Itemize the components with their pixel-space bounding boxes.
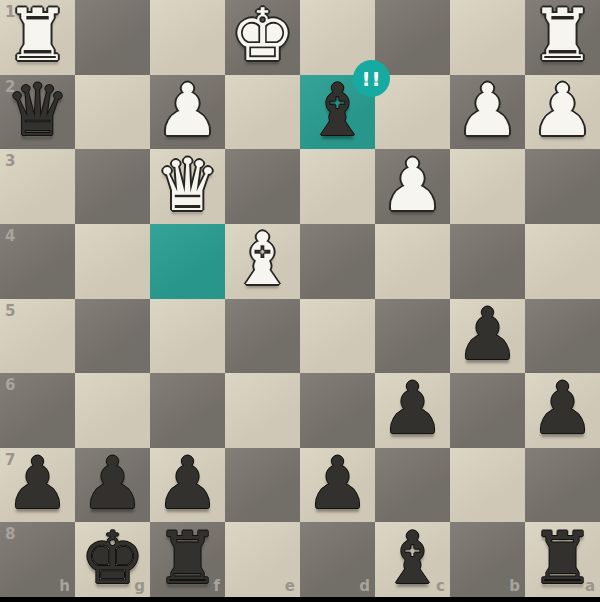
black-queen[interactable]: ♛ [5, 74, 70, 146]
square-g2[interactable] [75, 75, 150, 150]
square-f7[interactable]: ♟ [150, 448, 225, 523]
white-king[interactable]: ♚ [230, 0, 295, 71]
file-label-h: h [59, 577, 70, 595]
square-g7[interactable]: ♟ [75, 448, 150, 523]
square-g3[interactable] [75, 149, 150, 224]
black-king[interactable]: ♚ [80, 522, 145, 594]
rank-label-6: 6 [5, 376, 15, 394]
square-d8[interactable]: d [300, 522, 375, 597]
file-label-d: d [359, 577, 370, 595]
brilliant-move-badge: !! [353, 60, 390, 97]
square-f2[interactable]: ♟ [150, 75, 225, 150]
square-a1[interactable]: ♜ [525, 0, 600, 75]
square-h1[interactable]: 1♜ [0, 0, 75, 75]
rank-label-5: 5 [5, 302, 15, 320]
black-rook[interactable]: ♜ [530, 522, 595, 594]
rank-label-3: 3 [5, 152, 15, 170]
black-pawn[interactable]: ♟ [455, 298, 520, 370]
black-rook[interactable]: ♜ [155, 522, 220, 594]
square-e2[interactable] [225, 75, 300, 150]
black-pawn[interactable]: ♟ [155, 447, 220, 519]
black-pawn[interactable]: ♟ [305, 447, 370, 519]
rank-label-4: 4 [5, 227, 15, 245]
square-g1[interactable] [75, 0, 150, 75]
square-h8[interactable]: 8h [0, 522, 75, 597]
black-pawn[interactable]: ♟ [80, 447, 145, 519]
square-c3[interactable]: ♟ [375, 149, 450, 224]
square-b3[interactable] [450, 149, 525, 224]
square-a6[interactable]: ♟ [525, 373, 600, 448]
square-c4[interactable] [375, 224, 450, 299]
square-c5[interactable] [375, 299, 450, 374]
square-c8[interactable]: c♝ [375, 522, 450, 597]
square-h2[interactable]: 2♛ [0, 75, 75, 150]
square-e3[interactable] [225, 149, 300, 224]
square-g4[interactable] [75, 224, 150, 299]
square-d6[interactable] [300, 373, 375, 448]
square-f5[interactable] [150, 299, 225, 374]
square-c7[interactable] [375, 448, 450, 523]
square-b8[interactable]: b [450, 522, 525, 597]
square-b5[interactable]: ♟ [450, 299, 525, 374]
file-label-b: b [509, 577, 520, 595]
square-g8[interactable]: g♚ [75, 522, 150, 597]
square-d3[interactable] [300, 149, 375, 224]
square-b1[interactable] [450, 0, 525, 75]
chess-board: !! 1♜♚♜2♛♟♝♟♟3♛♟4♝5♟6♟♟7♟♟♟♟8hg♚f♜edc♝ba… [0, 0, 600, 597]
square-b6[interactable] [450, 373, 525, 448]
square-e4[interactable]: ♝ [225, 224, 300, 299]
white-pawn[interactable]: ♟ [155, 74, 220, 146]
square-a4[interactable] [525, 224, 600, 299]
white-rook[interactable]: ♜ [5, 0, 70, 71]
square-a3[interactable] [525, 149, 600, 224]
file-label-e: e [285, 577, 295, 595]
square-c6[interactable]: ♟ [375, 373, 450, 448]
square-h6[interactable]: 6 [0, 373, 75, 448]
square-a5[interactable] [525, 299, 600, 374]
white-pawn[interactable]: ♟ [455, 74, 520, 146]
square-h4[interactable]: 4 [0, 224, 75, 299]
square-d4[interactable] [300, 224, 375, 299]
white-rook[interactable]: ♜ [530, 0, 595, 71]
white-pawn[interactable]: ♟ [380, 149, 445, 221]
square-d7[interactable]: ♟ [300, 448, 375, 523]
square-e6[interactable] [225, 373, 300, 448]
square-f6[interactable] [150, 373, 225, 448]
square-f3[interactable]: ♛ [150, 149, 225, 224]
square-c1[interactable] [375, 0, 450, 75]
square-f4[interactable] [150, 224, 225, 299]
rank-label-8: 8 [5, 525, 15, 543]
square-b7[interactable] [450, 448, 525, 523]
square-g5[interactable] [75, 299, 150, 374]
black-pawn[interactable]: ♟ [530, 372, 595, 444]
square-h7[interactable]: 7♟ [0, 448, 75, 523]
white-bishop[interactable]: ♝ [230, 223, 295, 295]
black-bishop[interactable]: ♝ [380, 522, 445, 594]
square-d5[interactable] [300, 299, 375, 374]
black-pawn[interactable]: ♟ [5, 447, 70, 519]
square-e8[interactable]: e [225, 522, 300, 597]
square-b2[interactable]: ♟ [450, 75, 525, 150]
square-a8[interactable]: a♜ [525, 522, 600, 597]
square-a2[interactable]: ♟ [525, 75, 600, 150]
square-h3[interactable]: 3 [0, 149, 75, 224]
square-g6[interactable] [75, 373, 150, 448]
square-f1[interactable] [150, 0, 225, 75]
white-queen[interactable]: ♛ [155, 149, 220, 221]
white-pawn[interactable]: ♟ [530, 74, 595, 146]
black-pawn[interactable]: ♟ [380, 372, 445, 444]
square-e7[interactable] [225, 448, 300, 523]
square-e5[interactable] [225, 299, 300, 374]
square-a7[interactable] [525, 448, 600, 523]
square-h5[interactable]: 5 [0, 299, 75, 374]
square-e1[interactable]: ♚ [225, 0, 300, 75]
square-b4[interactable] [450, 224, 525, 299]
square-f8[interactable]: f♜ [150, 522, 225, 597]
